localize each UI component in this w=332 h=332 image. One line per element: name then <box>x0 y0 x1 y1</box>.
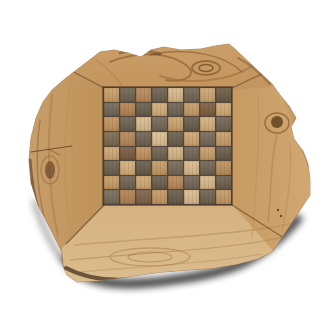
board-square <box>216 190 231 204</box>
board-square <box>200 117 215 131</box>
board-square <box>216 103 231 117</box>
board-square <box>136 190 151 204</box>
board-square <box>152 88 167 102</box>
board-square <box>152 147 167 161</box>
board-square <box>184 103 199 117</box>
board-square <box>168 88 183 102</box>
board-square <box>216 132 231 146</box>
board-square <box>168 147 183 161</box>
board-square <box>136 103 151 117</box>
board-square <box>136 161 151 175</box>
board-square <box>152 176 167 190</box>
board-square <box>216 176 231 190</box>
board-square <box>136 117 151 131</box>
board-square <box>200 161 215 175</box>
board-square <box>104 132 119 146</box>
board-square <box>216 161 231 175</box>
board-square <box>168 161 183 175</box>
board-square <box>104 88 119 102</box>
board-square <box>120 132 135 146</box>
board-square <box>152 161 167 175</box>
board-square <box>120 161 135 175</box>
board-square <box>136 132 151 146</box>
board-square <box>120 190 135 204</box>
board-square <box>184 190 199 204</box>
board-square <box>104 117 119 131</box>
board-square <box>200 190 215 204</box>
board-square <box>216 88 231 102</box>
board-square <box>200 147 215 161</box>
board-square <box>136 88 151 102</box>
board-square <box>104 147 119 161</box>
board-square <box>168 190 183 204</box>
board-square <box>184 147 199 161</box>
board-square <box>104 103 119 117</box>
board-square <box>104 161 119 175</box>
board-square <box>168 132 183 146</box>
board-square <box>104 176 119 190</box>
board-square <box>120 103 135 117</box>
board-square <box>200 88 215 102</box>
board-square <box>136 147 151 161</box>
board-square <box>120 147 135 161</box>
board-square <box>152 117 167 131</box>
board-square <box>184 161 199 175</box>
board-square <box>168 176 183 190</box>
board-square <box>136 176 151 190</box>
board-square <box>184 132 199 146</box>
board-square <box>184 117 199 131</box>
board-photo <box>0 0 332 332</box>
board-square <box>184 88 199 102</box>
board-square <box>152 132 167 146</box>
board-square <box>168 103 183 117</box>
board-square <box>120 176 135 190</box>
board-square <box>120 88 135 102</box>
board-square <box>200 132 215 146</box>
board-square <box>216 147 231 161</box>
board-square <box>184 176 199 190</box>
board-square <box>200 103 215 117</box>
board-square <box>168 117 183 131</box>
board-square <box>120 117 135 131</box>
board-square <box>104 190 119 204</box>
chessboard-grid <box>103 87 232 205</box>
board-square <box>216 117 231 131</box>
board-square <box>152 103 167 117</box>
board-square <box>200 176 215 190</box>
board-square <box>152 190 167 204</box>
